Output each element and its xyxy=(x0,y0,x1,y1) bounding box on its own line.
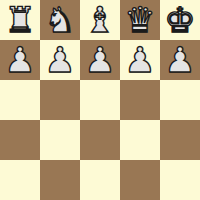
white-pawn[interactable]: ♟ xyxy=(164,40,195,80)
white-queen[interactable]: ♛ xyxy=(124,0,155,40)
square-r2c0-light[interactable] xyxy=(0,80,40,120)
white-knight[interactable]: ♞ xyxy=(44,0,75,40)
square-r2c3-dark[interactable] xyxy=(120,80,160,120)
white-pawn[interactable]: ♟ xyxy=(84,40,115,80)
square-r0c0-light[interactable]: ♜ xyxy=(0,0,40,40)
white-bishop[interactable]: ♝ xyxy=(84,0,115,40)
chess-board: ♜♞♝♛♚♟♟♟♟♟ xyxy=(0,0,200,200)
square-r1c4-dark[interactable]: ♟ xyxy=(160,40,200,80)
square-r4c3-dark[interactable] xyxy=(120,160,160,200)
square-r3c1-light[interactable] xyxy=(40,120,80,160)
square-r3c4-dark[interactable] xyxy=(160,120,200,160)
white-pawn[interactable]: ♟ xyxy=(44,40,75,80)
square-r4c4-light[interactable] xyxy=(160,160,200,200)
square-r0c2-light[interactable]: ♝ xyxy=(80,0,120,40)
square-r1c3-light[interactable]: ♟ xyxy=(120,40,160,80)
square-r2c4-light[interactable] xyxy=(160,80,200,120)
square-r3c0-dark[interactable] xyxy=(0,120,40,160)
white-rook[interactable]: ♜ xyxy=(4,0,35,40)
white-pawn[interactable]: ♟ xyxy=(124,40,155,80)
white-pawn[interactable]: ♟ xyxy=(4,40,35,80)
square-r0c3-dark[interactable]: ♛ xyxy=(120,0,160,40)
square-r2c2-light[interactable] xyxy=(80,80,120,120)
square-r1c2-dark[interactable]: ♟ xyxy=(80,40,120,80)
square-r2c1-dark[interactable] xyxy=(40,80,80,120)
square-r0c4-light[interactable]: ♚ xyxy=(160,0,200,40)
square-r1c0-dark[interactable]: ♟ xyxy=(0,40,40,80)
square-r4c2-light[interactable] xyxy=(80,160,120,200)
square-r3c3-light[interactable] xyxy=(120,120,160,160)
square-r1c1-light[interactable]: ♟ xyxy=(40,40,80,80)
square-r0c1-dark[interactable]: ♞ xyxy=(40,0,80,40)
white-king[interactable]: ♚ xyxy=(164,0,195,40)
square-r3c2-dark[interactable] xyxy=(80,120,120,160)
square-r4c0-light[interactable] xyxy=(0,160,40,200)
square-r4c1-dark[interactable] xyxy=(40,160,80,200)
